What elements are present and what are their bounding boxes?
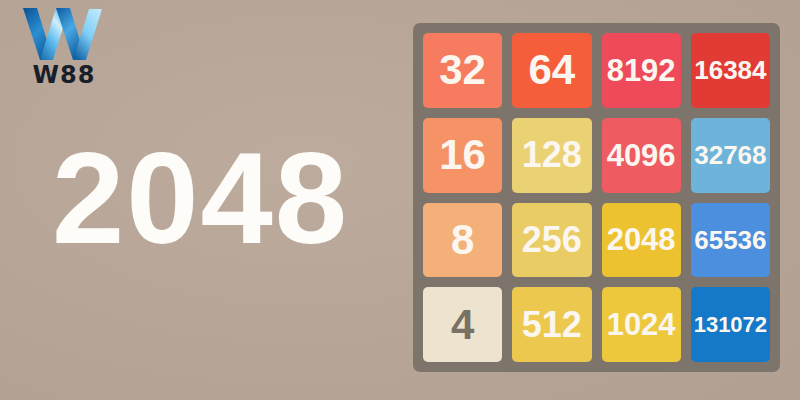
tile-65536: 65536 [691,203,770,278]
tile-2048: 2048 [602,203,681,278]
tile-1024: 1024 [602,287,681,362]
tile-16384: 16384 [691,33,770,108]
tile-131072: 131072 [691,287,770,362]
tile-8192: 8192 [602,33,681,108]
tile-4096: 4096 [602,118,681,193]
tile-8: 8 [423,203,502,278]
tile-128: 128 [512,118,591,193]
tile-32: 32 [423,33,502,108]
page-title: 2048 [28,120,373,275]
brand-text: W88 [22,63,106,87]
tile-256: 256 [512,203,591,278]
tile-32768: 32768 [691,118,770,193]
w88-logo: W88 [22,8,106,87]
tile-4: 4 [423,287,502,362]
tile-64: 64 [512,33,591,108]
tile-512: 512 [512,287,591,362]
w88-w-icon [23,8,105,61]
game-board-2048[interactable]: 3264819216384161284096327688256204865536… [413,23,780,372]
tile-16: 16 [423,118,502,193]
